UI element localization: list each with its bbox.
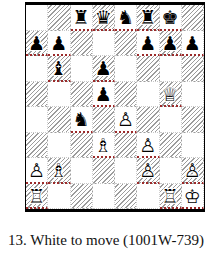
piece-black-rook: ♜ [73,8,90,27]
square-a5 [26,82,48,108]
piece-black-pawn: ♟ [95,59,112,78]
square-b3 [48,133,70,159]
square-e2 [115,158,137,184]
square-h8 [182,5,204,31]
square-f8: ♜ [137,5,159,31]
piece-black-king: ♚ [162,8,179,27]
square-a6 [26,56,48,82]
square-h1: ♔ [182,184,204,210]
square-a8 [26,5,48,31]
square-b8 [48,5,70,31]
piece-black-knight: ♞ [73,110,90,129]
square-a1: ♖ [26,184,48,210]
square-a7: ♟ [26,31,48,57]
square-b7: ♟ [48,31,70,57]
square-b1 [48,184,70,210]
square-b6: ♝ [48,56,70,82]
square-d8: ♛ [93,5,115,31]
square-f1 [137,184,159,210]
square-g3 [160,133,182,159]
square-a3 [26,133,48,159]
square-c8: ♜ [71,5,93,31]
square-g2 [160,158,182,184]
piece-white-bishop: ♗ [50,161,67,180]
square-g8: ♚ [160,5,182,31]
piece-black-pawn: ♟ [139,34,156,53]
square-c1 [71,184,93,210]
square-h6 [182,56,204,82]
square-f3: ♙ [137,133,159,159]
piece-black-knight: ♞ [117,8,134,27]
square-a2: ♙ [26,158,48,184]
square-c4: ♞ [71,107,93,133]
piece-white-king: ♔ [184,187,201,206]
chess-board-frame: ♜♛♞♜♚♟♟♟♟♟♝♟♟♕♞♙♗♙♙♗♙♙♖♖♔ [25,2,205,212]
square-g4 [160,107,182,133]
square-h3 [182,133,204,159]
square-c2 [71,158,93,184]
square-f4 [137,107,159,133]
piece-white-pawn: ♙ [139,136,156,155]
piece-white-pawn: ♙ [117,110,134,129]
square-d2 [93,158,115,184]
square-g5: ♕ [160,82,182,108]
square-f5 [137,82,159,108]
square-a4 [26,107,48,133]
piece-black-pawn: ♟ [50,34,67,53]
square-d3: ♗ [93,133,115,159]
chess-board: ♜♛♞♜♚♟♟♟♟♟♝♟♟♕♞♙♗♙♙♗♙♙♖♖♔ [26,5,204,209]
square-h7: ♟ [182,31,204,57]
piece-black-pawn: ♟ [184,34,201,53]
square-e1 [115,184,137,210]
square-e7 [115,31,137,57]
square-h5 [182,82,204,108]
piece-black-rook: ♜ [139,8,156,27]
piece-white-rook: ♖ [162,187,179,206]
square-e6 [115,56,137,82]
square-e4: ♙ [115,107,137,133]
piece-black-pawn: ♟ [95,85,112,104]
piece-white-queen: ♕ [162,85,179,104]
square-c6 [71,56,93,82]
square-c5 [71,82,93,108]
piece-black-queen: ♛ [95,8,112,27]
square-g1: ♖ [160,184,182,210]
square-e3 [115,133,137,159]
square-f6 [137,56,159,82]
square-g7: ♟ [160,31,182,57]
piece-white-bishop: ♗ [95,136,112,155]
square-e8: ♞ [115,5,137,31]
square-c3 [71,133,93,159]
piece-black-bishop: ♝ [50,59,67,78]
square-b5 [48,82,70,108]
piece-black-pawn: ♟ [28,34,45,53]
square-h2: ♙ [182,158,204,184]
piece-black-pawn: ♟ [162,34,179,53]
square-g6 [160,56,182,82]
square-d1 [93,184,115,210]
diagram-caption: 13. White to move (1001W-739) [8,232,204,249]
square-d5: ♟ [93,82,115,108]
square-c7 [71,31,93,57]
square-b4 [48,107,70,133]
piece-white-rook: ♖ [28,187,45,206]
square-d7 [93,31,115,57]
square-f7: ♟ [137,31,159,57]
square-e5 [115,82,137,108]
piece-white-pawn: ♙ [139,161,156,180]
square-f2: ♙ [137,158,159,184]
square-b2: ♗ [48,158,70,184]
square-h4 [182,107,204,133]
piece-white-pawn: ♙ [28,161,45,180]
square-d6: ♟ [93,56,115,82]
diagram-page: ♜♛♞♜♚♟♟♟♟♟♝♟♟♕♞♙♗♙♙♗♙♙♖♖♔ 13. White to m… [0,0,210,256]
piece-white-pawn: ♙ [184,161,201,180]
square-d4 [93,107,115,133]
